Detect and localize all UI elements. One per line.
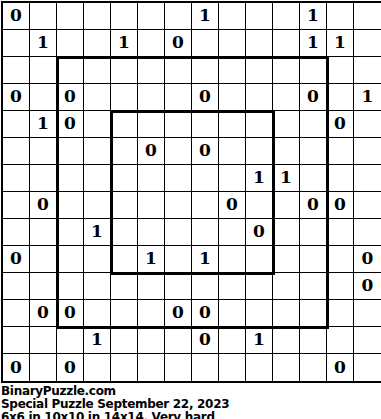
cell-r14c10[interactable] (246, 354, 273, 381)
cell-r8c11[interactable] (273, 192, 300, 219)
cell-r11c2[interactable] (30, 273, 57, 300)
cell-r7c8[interactable] (192, 165, 219, 192)
cell-r2c6[interactable] (138, 30, 165, 57)
cell-r3c10[interactable] (246, 57, 273, 84)
cell-r11c5[interactable] (111, 273, 138, 300)
cell-r6c12[interactable] (300, 138, 327, 165)
cell-r6c2[interactable] (30, 138, 57, 165)
cell-r7c13[interactable] (327, 165, 354, 192)
cell-r13c14[interactable] (354, 327, 381, 354)
cell-r7c12[interactable] (300, 165, 327, 192)
cell-r4c2[interactable] (30, 84, 57, 111)
cell-r7c5[interactable] (111, 165, 138, 192)
cell-r3c1[interactable] (3, 57, 30, 84)
cell-r8c2: 0 (30, 192, 57, 219)
cell-r13c8: 0 (192, 327, 219, 354)
cell-r2c10[interactable] (246, 30, 273, 57)
cell-r12c11[interactable] (273, 300, 300, 327)
cell-r9c13[interactable] (327, 219, 354, 246)
cell-r5c13: 0 (327, 111, 354, 138)
cell-r9c7[interactable] (165, 219, 192, 246)
cell-r2c12: 1 (300, 30, 327, 57)
cell-r9c11[interactable] (273, 219, 300, 246)
cell-r4c4[interactable] (84, 84, 111, 111)
cell-r10c9[interactable] (219, 246, 246, 273)
cell-r8c6[interactable] (138, 192, 165, 219)
cell-r5c10[interactable] (246, 111, 273, 138)
cell-r8c4[interactable] (84, 192, 111, 219)
cell-r1c14[interactable] (354, 3, 381, 30)
cell-r9c14[interactable] (354, 219, 381, 246)
puzzle-board: 0111101100001100001100001001100000010100… (1, 1, 381, 383)
cell-r10c13[interactable] (327, 246, 354, 273)
cell-r11c4[interactable] (84, 273, 111, 300)
cell-r2c3[interactable] (57, 30, 84, 57)
cell-r12c3: 0 (57, 300, 84, 327)
cell-r9c3[interactable] (57, 219, 84, 246)
cell-r9c2[interactable] (30, 219, 57, 246)
cell-r12c6[interactable] (138, 300, 165, 327)
cell-r12c9[interactable] (219, 300, 246, 327)
cell-r14c2[interactable] (30, 354, 57, 381)
cell-r13c12[interactable] (300, 327, 327, 354)
cell-r5c14[interactable] (354, 111, 381, 138)
cell-r14c9[interactable] (219, 354, 246, 381)
caption: BinaryPuzzle.com Special Puzzle Septembe… (1, 385, 381, 419)
cell-r10c4[interactable] (84, 246, 111, 273)
cell-r10c5[interactable] (111, 246, 138, 273)
cell-r1c7[interactable] (165, 3, 192, 30)
cell-r5c12[interactable] (300, 111, 327, 138)
cell-r2c8[interactable] (192, 30, 219, 57)
cell-r8c9: 0 (219, 192, 246, 219)
cell-r12c5[interactable] (111, 300, 138, 327)
cell-r2c14[interactable] (354, 30, 381, 57)
cell-r3c3[interactable] (57, 57, 84, 84)
cell-r13c2[interactable] (30, 327, 57, 354)
cell-r8c14[interactable] (354, 192, 381, 219)
cell-r6c14[interactable] (354, 138, 381, 165)
cell-r4c11[interactable] (273, 84, 300, 111)
puzzle-description: 6x6 in 10x10 in 14x14, Very hard (1, 411, 381, 419)
cell-r2c2: 1 (30, 30, 57, 57)
cell-r5c1[interactable] (3, 111, 30, 138)
cell-r12c4[interactable] (84, 300, 111, 327)
cell-r7c3[interactable] (57, 165, 84, 192)
cell-r8c12: 0 (300, 192, 327, 219)
cell-r7c1[interactable] (3, 165, 30, 192)
cell-r8c8[interactable] (192, 192, 219, 219)
cell-r2c11[interactable] (273, 30, 300, 57)
cell-r14c7[interactable] (165, 354, 192, 381)
cell-r7c9[interactable] (219, 165, 246, 192)
cell-r14c14[interactable] (354, 354, 381, 381)
cell-r10c10[interactable] (246, 246, 273, 273)
cell-r13c13[interactable] (327, 327, 354, 354)
cell-r2c5: 1 (111, 30, 138, 57)
cell-r7c4[interactable] (84, 165, 111, 192)
cell-r1c5[interactable] (111, 3, 138, 30)
cell-r9c9[interactable] (219, 219, 246, 246)
cell-r12c10[interactable] (246, 300, 273, 327)
cell-r14c8[interactable] (192, 354, 219, 381)
cell-r8c3[interactable] (57, 192, 84, 219)
cell-r5c11[interactable] (273, 111, 300, 138)
cell-r1c13[interactable] (327, 3, 354, 30)
cell-r8c1[interactable] (3, 192, 30, 219)
cell-r14c12[interactable] (300, 354, 327, 381)
cell-r6c4[interactable] (84, 138, 111, 165)
cell-r9c1[interactable] (3, 219, 30, 246)
cell-r9c10: 0 (246, 219, 273, 246)
cell-r8c7[interactable] (165, 192, 192, 219)
cell-r5c8[interactable] (192, 111, 219, 138)
cell-r9c12[interactable] (300, 219, 327, 246)
cell-r14c11[interactable] (273, 354, 300, 381)
cell-r6c13[interactable] (327, 138, 354, 165)
cell-r14c5[interactable] (111, 354, 138, 381)
cell-r5c7[interactable] (165, 111, 192, 138)
cell-r10c1: 0 (3, 246, 30, 273)
cell-r11c12[interactable] (300, 273, 327, 300)
cell-r10c2[interactable] (30, 246, 57, 273)
cell-r10c3[interactable] (57, 246, 84, 273)
cell-r13c7[interactable] (165, 327, 192, 354)
cell-r6c1[interactable] (3, 138, 30, 165)
cell-r10c11[interactable] (273, 246, 300, 273)
cell-r4c9[interactable] (219, 84, 246, 111)
cell-r7c7[interactable] (165, 165, 192, 192)
cell-r1c9[interactable] (219, 3, 246, 30)
cell-r10c14: 0 (354, 246, 381, 273)
cell-r7c6[interactable] (138, 165, 165, 192)
cell-r11c9[interactable] (219, 273, 246, 300)
cell-r5c4[interactable] (84, 111, 111, 138)
cell-r8c5[interactable] (111, 192, 138, 219)
cell-r1c10[interactable] (246, 3, 273, 30)
cell-r5c3: 0 (57, 111, 84, 138)
cell-r14c3: 0 (57, 354, 84, 381)
cell-r13c3[interactable] (57, 327, 84, 354)
cell-r2c4[interactable] (84, 30, 111, 57)
cell-r5c2: 1 (30, 111, 57, 138)
cell-r6c8: 0 (192, 138, 219, 165)
cell-r14c13: 0 (327, 354, 354, 381)
cell-r3c5[interactable] (111, 57, 138, 84)
cell-r12c13[interactable] (327, 300, 354, 327)
cell-r11c3[interactable] (57, 273, 84, 300)
cell-r1c4[interactable] (84, 3, 111, 30)
cell-r7c10: 1 (246, 165, 273, 192)
cell-r3c2[interactable] (30, 57, 57, 84)
cell-r13c9[interactable] (219, 327, 246, 354)
cell-r1c8: 1 (192, 3, 219, 30)
cell-r2c1[interactable] (3, 30, 30, 57)
cell-r6c5[interactable] (111, 138, 138, 165)
cell-r3c7[interactable] (165, 57, 192, 84)
cell-r1c3[interactable] (57, 3, 84, 30)
cell-r13c11[interactable] (273, 327, 300, 354)
cell-r2c7: 0 (165, 30, 192, 57)
cell-r11c8[interactable] (192, 273, 219, 300)
cell-r7c11: 1 (273, 165, 300, 192)
cell-r4c10[interactable] (246, 84, 273, 111)
cell-r9c4: 1 (84, 219, 111, 246)
cell-r3c4[interactable] (84, 57, 111, 84)
cell-r12c12[interactable] (300, 300, 327, 327)
cell-r8c10[interactable] (246, 192, 273, 219)
cell-r8c13: 0 (327, 192, 354, 219)
cell-r13c4: 1 (84, 327, 111, 354)
cell-r7c14[interactable] (354, 165, 381, 192)
cell-r5c9[interactable] (219, 111, 246, 138)
cell-r11c1[interactable] (3, 273, 30, 300)
cell-r1c2[interactable] (30, 3, 57, 30)
cell-r6c10[interactable] (246, 138, 273, 165)
cell-r11c10[interactable] (246, 273, 273, 300)
cell-r13c1[interactable] (3, 327, 30, 354)
cell-r6c9[interactable] (219, 138, 246, 165)
cell-r4c8: 0 (192, 84, 219, 111)
cell-r6c6: 0 (138, 138, 165, 165)
cell-r4c6[interactable] (138, 84, 165, 111)
cell-r6c11[interactable] (273, 138, 300, 165)
cell-r1c12: 1 (300, 3, 327, 30)
cell-r1c11[interactable] (273, 3, 300, 30)
cell-r2c13: 1 (327, 30, 354, 57)
cell-r4c1: 0 (3, 84, 30, 111)
cell-r11c6[interactable] (138, 273, 165, 300)
cell-r3c9[interactable] (219, 57, 246, 84)
cell-r4c12: 0 (300, 84, 327, 111)
cell-r3c6[interactable] (138, 57, 165, 84)
cell-r3c8[interactable] (192, 57, 219, 84)
cell-r12c1[interactable] (3, 300, 30, 327)
cell-r7c2[interactable] (30, 165, 57, 192)
cell-r3c12[interactable] (300, 57, 327, 84)
cell-r4c3: 0 (57, 84, 84, 111)
cell-r14c6[interactable] (138, 354, 165, 381)
cell-r6c7[interactable] (165, 138, 192, 165)
cell-r1c1: 0 (3, 3, 30, 30)
cell-r10c8: 1 (192, 246, 219, 273)
cell-r2c9[interactable] (219, 30, 246, 57)
cell-r12c7: 0 (165, 300, 192, 327)
cell-r12c14[interactable] (354, 300, 381, 327)
cell-r12c8: 0 (192, 300, 219, 327)
cell-r9c6[interactable] (138, 219, 165, 246)
cell-r12c2: 0 (30, 300, 57, 327)
cell-r13c10: 1 (246, 327, 273, 354)
cell-r11c14: 0 (354, 273, 381, 300)
cell-r4c5[interactable] (111, 84, 138, 111)
cell-r3c13[interactable] (327, 57, 354, 84)
cell-r14c1: 0 (3, 354, 30, 381)
cell-r4c13[interactable] (327, 84, 354, 111)
cell-r3c11[interactable] (273, 57, 300, 84)
cell-r5c6[interactable] (138, 111, 165, 138)
cell-r11c13[interactable] (327, 273, 354, 300)
cell-r3c14[interactable] (354, 57, 381, 84)
cell-r1c6[interactable] (138, 3, 165, 30)
cell-r9c5[interactable] (111, 219, 138, 246)
cell-r4c7[interactable] (165, 84, 192, 111)
cell-r9c8[interactable] (192, 219, 219, 246)
cell-r10c7[interactable] (165, 246, 192, 273)
cell-r6c3[interactable] (57, 138, 84, 165)
cell-r4c14: 1 (354, 84, 381, 111)
cell-r11c11[interactable] (273, 273, 300, 300)
cell-r5c5[interactable] (111, 111, 138, 138)
cell-r13c5[interactable] (111, 327, 138, 354)
cell-r14c4[interactable] (84, 354, 111, 381)
cell-r13c6[interactable] (138, 327, 165, 354)
cell-r10c12[interactable] (300, 246, 327, 273)
cell-r11c7[interactable] (165, 273, 192, 300)
cell-r10c6: 1 (138, 246, 165, 273)
